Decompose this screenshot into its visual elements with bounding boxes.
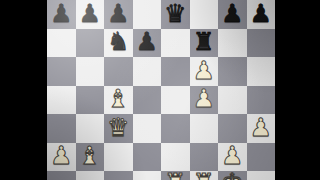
square-e6	[161, 29, 190, 58]
square-h4	[247, 86, 276, 115]
square-a3	[47, 114, 76, 143]
square-e5	[161, 57, 190, 86]
square-e3	[161, 114, 190, 143]
square-g5	[218, 57, 247, 86]
square-g4	[218, 86, 247, 115]
piece-white-queen-c3: ♛	[107, 115, 129, 140]
piece-black-pawn-g7: ♟	[221, 1, 243, 26]
piece-black-pawn-h7: ♟	[250, 1, 272, 26]
square-b3	[76, 114, 105, 143]
square-b2: ♝	[76, 143, 105, 172]
square-f7	[190, 0, 219, 29]
square-c4: ♝	[104, 86, 133, 115]
piece-white-pawn-f4: ♟	[193, 86, 215, 111]
video-frame: ♟♟♟♛♟♟♞♟♜♟♝♟♛♟♟♝♟♜♜♚	[0, 0, 320, 180]
square-f5: ♟	[190, 57, 219, 86]
square-c7: ♟	[104, 0, 133, 29]
piece-black-pawn-b7: ♟	[79, 1, 101, 26]
piece-black-pawn-c7: ♟	[107, 1, 129, 26]
piece-white-king-g1: ♚	[221, 170, 243, 180]
square-f6: ♜	[190, 29, 219, 58]
square-b4	[76, 86, 105, 115]
square-f3	[190, 114, 219, 143]
square-e7: ♛	[161, 0, 190, 29]
square-a7: ♟	[47, 0, 76, 29]
square-e2	[161, 143, 190, 172]
piece-white-pawn-h3: ♟	[250, 115, 272, 140]
square-f4: ♟	[190, 86, 219, 115]
square-c6: ♞	[104, 29, 133, 58]
square-d3	[133, 114, 162, 143]
square-f1: ♜	[190, 171, 219, 180]
square-h6	[247, 29, 276, 58]
piece-white-bishop-c4: ♝	[107, 86, 129, 111]
square-h5	[247, 57, 276, 86]
chess-board: ♟♟♟♛♟♟♞♟♜♟♝♟♛♟♟♝♟♜♜♚	[47, 0, 275, 180]
piece-black-queen-e7: ♛	[164, 1, 186, 26]
square-b1	[76, 171, 105, 180]
piece-white-pawn-a2: ♟	[50, 143, 72, 168]
square-e1: ♜	[161, 171, 190, 180]
square-g1: ♚	[218, 171, 247, 180]
square-d6: ♟	[133, 29, 162, 58]
square-g2: ♟	[218, 143, 247, 172]
square-g3	[218, 114, 247, 143]
square-a4	[47, 86, 76, 115]
piece-black-rook-f6: ♜	[193, 29, 215, 54]
square-f2	[190, 143, 219, 172]
square-c3: ♛	[104, 114, 133, 143]
piece-white-rook-e1: ♜	[164, 170, 186, 180]
square-h3: ♟	[247, 114, 276, 143]
letterbox-left	[0, 0, 47, 180]
square-c1	[104, 171, 133, 180]
square-g6	[218, 29, 247, 58]
square-d4	[133, 86, 162, 115]
square-b6	[76, 29, 105, 58]
piece-white-rook-f1: ♜	[193, 170, 215, 180]
square-d5	[133, 57, 162, 86]
square-h2	[247, 143, 276, 172]
square-e4	[161, 86, 190, 115]
square-d7	[133, 0, 162, 29]
piece-white-pawn-f5: ♟	[193, 58, 215, 83]
square-c5	[104, 57, 133, 86]
letterbox-right	[275, 0, 320, 180]
piece-black-knight-c6: ♞	[107, 29, 129, 54]
square-b5	[76, 57, 105, 86]
square-b7: ♟	[76, 0, 105, 29]
square-g7: ♟	[218, 0, 247, 29]
piece-white-bishop-b2: ♝	[79, 143, 101, 168]
square-d2	[133, 143, 162, 172]
piece-black-pawn-d6: ♟	[136, 29, 158, 54]
square-a5	[47, 57, 76, 86]
piece-white-pawn-g2: ♟	[221, 143, 243, 168]
square-d1	[133, 171, 162, 180]
piece-black-pawn-a7: ♟	[50, 1, 72, 26]
square-c2	[104, 143, 133, 172]
square-a6	[47, 29, 76, 58]
square-a1	[47, 171, 76, 180]
square-h7: ♟	[247, 0, 276, 29]
square-h1	[247, 171, 276, 180]
square-a2: ♟	[47, 143, 76, 172]
